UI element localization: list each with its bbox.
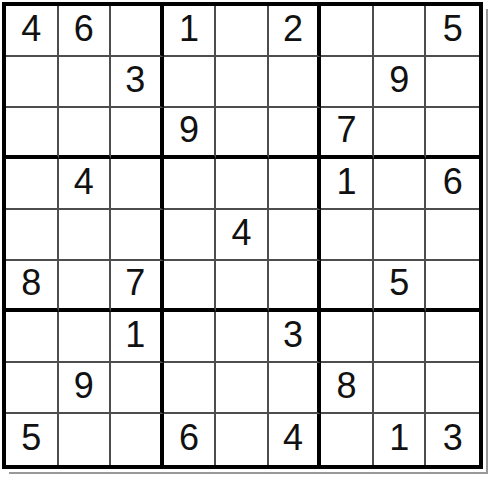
sudoku-cell-r7c3: 1 <box>111 312 164 363</box>
sudoku-cell-r7c5[interactable] <box>216 312 269 363</box>
sudoku-cell-r2c4[interactable] <box>164 57 217 108</box>
sudoku-cell-r1c7[interactable] <box>321 6 374 57</box>
sudoku-cell-r4c9: 6 <box>426 159 479 210</box>
sudoku-cell-r8c1[interactable] <box>6 363 59 414</box>
sudoku-cell-r5c5: 4 <box>216 210 269 261</box>
sudoku-cell-r8c8[interactable] <box>374 363 427 414</box>
sudoku-cell-r5c6[interactable] <box>269 210 322 261</box>
sudoku-cell-r3c1[interactable] <box>6 108 59 159</box>
sudoku-cell-r2c1[interactable] <box>6 57 59 108</box>
sudoku-cell-r8c4[interactable] <box>164 363 217 414</box>
sudoku-cell-r6c3: 7 <box>111 261 164 312</box>
sudoku-cell-r4c3[interactable] <box>111 159 164 210</box>
sudoku-cell-r1c9: 5 <box>426 6 479 57</box>
sudoku-cell-r2c6[interactable] <box>269 57 322 108</box>
sudoku-cell-r7c2[interactable] <box>59 312 112 363</box>
sudoku-cell-r4c7: 1 <box>321 159 374 210</box>
sudoku-cell-r3c7: 7 <box>321 108 374 159</box>
sudoku-cell-r4c6[interactable] <box>269 159 322 210</box>
sudoku-cell-r7c8[interactable] <box>374 312 427 363</box>
sudoku-cell-r9c2[interactable] <box>59 414 112 465</box>
sudoku-cell-r1c3[interactable] <box>111 6 164 57</box>
sudoku-cell-r9c6: 4 <box>269 414 322 465</box>
sudoku-cell-r9c7[interactable] <box>321 414 374 465</box>
sudoku-cell-r7c6: 3 <box>269 312 322 363</box>
sudoku-cell-r6c9[interactable] <box>426 261 479 312</box>
sudoku-cell-r2c7[interactable] <box>321 57 374 108</box>
sudoku-cell-r5c4[interactable] <box>164 210 217 261</box>
sudoku-cell-r3c6[interactable] <box>269 108 322 159</box>
sudoku-cell-r5c3[interactable] <box>111 210 164 261</box>
sudoku-cell-r5c8[interactable] <box>374 210 427 261</box>
sudoku-cell-r7c7[interactable] <box>321 312 374 363</box>
sudoku-cell-r8c5[interactable] <box>216 363 269 414</box>
sudoku-cell-r3c3[interactable] <box>111 108 164 159</box>
sudoku-cell-r6c6[interactable] <box>269 261 322 312</box>
sudoku-cell-r5c2[interactable] <box>59 210 112 261</box>
sudoku-cell-r6c7[interactable] <box>321 261 374 312</box>
sudoku-cell-r2c8: 9 <box>374 57 427 108</box>
sudoku-board: 4612539974164875139856413 <box>2 2 483 469</box>
sudoku-cell-r2c2[interactable] <box>59 57 112 108</box>
sudoku-cell-r3c8[interactable] <box>374 108 427 159</box>
sudoku-cell-r5c1[interactable] <box>6 210 59 261</box>
sudoku-cell-r8c3[interactable] <box>111 363 164 414</box>
sudoku-cell-r7c1[interactable] <box>6 312 59 363</box>
sudoku-cell-r4c1[interactable] <box>6 159 59 210</box>
sudoku-cell-r6c2[interactable] <box>59 261 112 312</box>
sudoku-cell-r2c9[interactable] <box>426 57 479 108</box>
sudoku-cell-r4c4[interactable] <box>164 159 217 210</box>
sudoku-cell-r4c5[interactable] <box>216 159 269 210</box>
sudoku-cell-r1c6: 2 <box>269 6 322 57</box>
sudoku-cell-r9c4: 6 <box>164 414 217 465</box>
sudoku-cell-r7c9[interactable] <box>426 312 479 363</box>
sudoku-cell-r3c9[interactable] <box>426 108 479 159</box>
sudoku-cell-r6c4[interactable] <box>164 261 217 312</box>
sudoku-cell-r3c4: 9 <box>164 108 217 159</box>
sudoku-cell-r8c9[interactable] <box>426 363 479 414</box>
sudoku-cell-r1c1: 4 <box>6 6 59 57</box>
sudoku-cell-r2c5[interactable] <box>216 57 269 108</box>
sudoku-cell-r6c8: 5 <box>374 261 427 312</box>
sudoku-cell-r8c7: 8 <box>321 363 374 414</box>
sudoku-cell-r6c1: 8 <box>6 261 59 312</box>
sudoku-cell-r3c2[interactable] <box>59 108 112 159</box>
sudoku-cell-r9c3[interactable] <box>111 414 164 465</box>
sudoku-cell-r9c1: 5 <box>6 414 59 465</box>
sudoku-cell-r3c5[interactable] <box>216 108 269 159</box>
sudoku-cell-r5c7[interactable] <box>321 210 374 261</box>
sudoku-cell-r6c5[interactable] <box>216 261 269 312</box>
sudoku-cell-r1c8[interactable] <box>374 6 427 57</box>
sudoku-cell-r9c9: 3 <box>426 414 479 465</box>
sudoku-cell-r1c5[interactable] <box>216 6 269 57</box>
sudoku-cell-r1c2: 6 <box>59 6 112 57</box>
sudoku-cell-r9c8: 1 <box>374 414 427 465</box>
sudoku-page: 4612539974164875139856413 <box>0 0 497 484</box>
sudoku-cell-r9c5[interactable] <box>216 414 269 465</box>
sudoku-cell-r8c6[interactable] <box>269 363 322 414</box>
sudoku-cell-r8c2: 9 <box>59 363 112 414</box>
sudoku-cell-r4c2: 4 <box>59 159 112 210</box>
sudoku-cell-r5c9[interactable] <box>426 210 479 261</box>
sudoku-cell-r1c4: 1 <box>164 6 217 57</box>
sudoku-cell-r7c4[interactable] <box>164 312 217 363</box>
sudoku-cell-r2c3: 3 <box>111 57 164 108</box>
sudoku-cell-r4c8[interactable] <box>374 159 427 210</box>
